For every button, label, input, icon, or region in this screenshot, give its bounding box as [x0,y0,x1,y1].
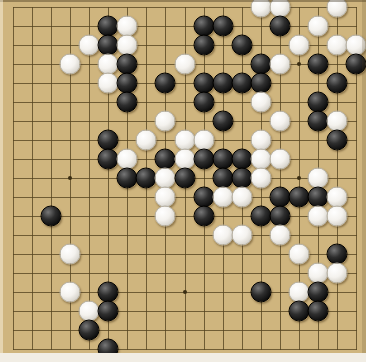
stone-black[interactable] [193,205,214,226]
stone-black[interactable] [193,72,214,93]
stone-black[interactable] [117,167,138,188]
stone-black[interactable] [269,186,290,207]
stone-black[interactable] [250,53,271,74]
grid-line-vertical [204,7,205,350]
grid-line-horizontal [13,330,357,331]
stone-black[interactable] [193,91,214,112]
stone-white[interactable] [288,34,309,55]
stone-black[interactable] [117,91,138,112]
stone-white[interactable] [250,0,271,17]
stone-black[interactable] [327,243,348,264]
stone-white[interactable] [174,53,195,74]
grid-line-horizontal [13,216,357,217]
grid-line-horizontal [13,349,357,350]
stone-white[interactable] [79,34,100,55]
stone-white[interactable] [250,148,271,169]
board-right-edge [362,0,366,353]
stone-black[interactable] [269,205,290,226]
stone-black[interactable] [155,148,176,169]
stone-white[interactable] [212,186,233,207]
stone-white[interactable] [250,129,271,150]
stone-white[interactable] [250,91,271,112]
stone-black[interactable] [117,53,138,74]
stone-white[interactable] [269,148,290,169]
stone-black[interactable] [212,15,233,36]
star-point [68,176,72,180]
stone-black[interactable] [155,72,176,93]
stone-white[interactable] [174,148,195,169]
stone-white[interactable] [231,186,252,207]
star-point [183,290,187,294]
stone-white[interactable] [269,110,290,131]
stone-white[interactable] [79,300,100,321]
grid-line-horizontal [13,273,357,274]
stone-black[interactable] [98,300,119,321]
stone-black[interactable] [288,300,309,321]
stone-black[interactable] [79,319,100,340]
stone-white[interactable] [307,167,328,188]
stone-white[interactable] [155,186,176,207]
stone-white[interactable] [136,129,157,150]
stone-black[interactable] [193,34,214,55]
stone-black[interactable] [250,281,271,302]
stone-white[interactable] [60,281,81,302]
stone-black[interactable] [193,186,214,207]
stone-white[interactable] [307,205,328,226]
stone-black[interactable] [41,205,62,226]
stone-white[interactable] [60,53,81,74]
stone-white[interactable] [193,129,214,150]
grid-line-vertical [337,7,338,350]
go-board[interactable] [0,0,366,362]
stone-black[interactable] [307,300,328,321]
stone-white[interactable] [327,186,348,207]
stone-black[interactable] [212,148,233,169]
stone-white[interactable] [307,15,328,36]
stone-black[interactable] [231,34,252,55]
stone-white[interactable] [117,15,138,36]
board-top-edge [0,0,366,2]
star-point [297,62,301,66]
stone-white[interactable] [327,205,348,226]
stone-white[interactable] [155,110,176,131]
stone-white[interactable] [288,243,309,264]
stone-black[interactable] [307,110,328,131]
stone-white[interactable] [327,262,348,283]
grid-line-horizontal [13,235,357,236]
stone-black[interactable] [250,72,271,93]
stone-black[interactable] [231,148,252,169]
stone-white[interactable] [60,243,81,264]
stone-black[interactable] [193,148,214,169]
board-left-edge [0,0,3,353]
stone-black[interactable] [193,15,214,36]
stone-white[interactable] [327,34,348,55]
stone-black[interactable] [231,72,252,93]
stone-white[interactable] [307,262,328,283]
stone-black[interactable] [98,281,119,302]
stone-white[interactable] [288,281,309,302]
stone-white[interactable] [327,0,348,17]
stone-white[interactable] [250,167,271,188]
board-bottom-strip [0,353,366,362]
stone-white[interactable] [212,224,233,245]
stone-black[interactable] [231,167,252,188]
stone-black[interactable] [98,34,119,55]
stone-white[interactable] [155,167,176,188]
stone-white[interactable] [327,110,348,131]
stone-black[interactable] [307,186,328,207]
stone-white[interactable] [269,53,290,74]
stone-black[interactable] [250,205,271,226]
stone-white[interactable] [155,205,176,226]
stone-black[interactable] [98,15,119,36]
stone-black[interactable] [307,53,328,74]
stone-white[interactable] [117,34,138,55]
stone-white[interactable] [98,53,119,74]
stone-black[interactable] [327,72,348,93]
stone-black[interactable] [98,148,119,169]
stone-white[interactable] [98,72,119,93]
stone-black[interactable] [212,110,233,131]
stone-black[interactable] [117,72,138,93]
stone-black[interactable] [136,167,157,188]
star-point [297,176,301,180]
stone-white[interactable] [174,129,195,150]
stone-black[interactable] [212,72,233,93]
stone-black[interactable] [288,186,309,207]
go-app-window [0,0,366,362]
stone-black[interactable] [327,129,348,150]
stone-black[interactable] [174,167,195,188]
stone-white[interactable] [231,224,252,245]
stone-white[interactable] [269,224,290,245]
stone-black[interactable] [269,15,290,36]
stone-black[interactable] [98,129,119,150]
stone-black[interactable] [307,281,328,302]
stone-black[interactable] [307,91,328,112]
stone-white[interactable] [117,148,138,169]
stone-black[interactable] [212,167,233,188]
